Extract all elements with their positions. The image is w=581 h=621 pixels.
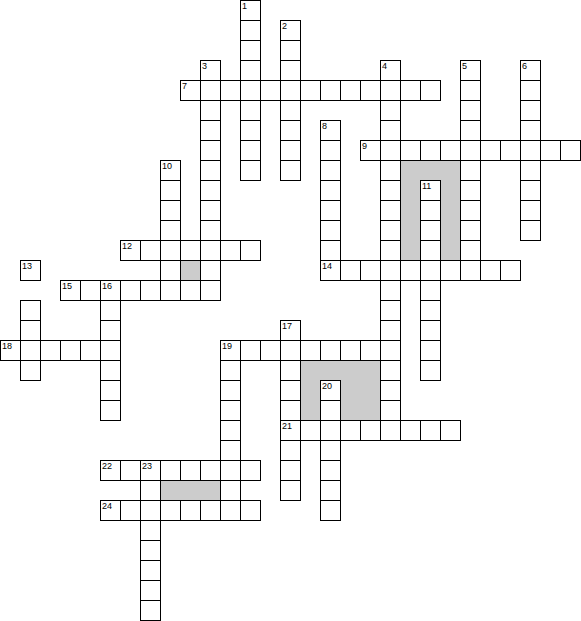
grid-cell-r10c26[interactable] <box>520 200 541 221</box>
shaded-cell-r13c9 <box>180 260 201 281</box>
grid-cell-r9c8[interactable] <box>160 180 181 201</box>
grid-cell-r19c14[interactable] <box>280 380 301 401</box>
grid-cell-r6c12[interactable] <box>240 120 261 141</box>
grid-cell-r26c7[interactable] <box>140 520 161 541</box>
grid-cell-r7c23[interactable] <box>460 140 481 161</box>
grid-cell-r17c0[interactable] <box>0 340 21 361</box>
grid-cell-r21c22[interactable] <box>440 420 461 441</box>
grid-cell-r8c8[interactable] <box>160 160 181 181</box>
grid-cell-r17c11[interactable] <box>220 340 241 361</box>
grid-cell-r15c19[interactable] <box>380 300 401 321</box>
grid-cell-r19c16[interactable] <box>320 380 341 401</box>
grid-cell-r7c19[interactable] <box>380 140 401 161</box>
grid-cell-r13c22[interactable] <box>440 260 461 281</box>
grid-cell-r4c21[interactable] <box>420 80 441 101</box>
grid-cell-r7c10[interactable] <box>200 140 221 161</box>
grid-cell-r4c11[interactable] <box>220 80 241 101</box>
grid-cell-r12c16[interactable] <box>320 240 341 261</box>
grid-cell-r9c26[interactable] <box>520 180 541 201</box>
shaded-cell-r24c10 <box>200 480 221 501</box>
grid-cell-r13c23[interactable] <box>460 260 481 281</box>
grid-cell-r5c19[interactable] <box>380 100 401 121</box>
grid-cell-r4c19[interactable] <box>380 80 401 101</box>
grid-cell-r8c12[interactable] <box>240 160 261 181</box>
grid-cell-r7c28[interactable] <box>560 140 581 161</box>
grid-cell-r5c26[interactable] <box>520 100 541 121</box>
grid-cell-r8c26[interactable] <box>520 160 541 181</box>
grid-cell-r6c16[interactable] <box>320 120 341 141</box>
grid-cell-r12c23[interactable] <box>460 240 481 261</box>
grid-cell-r20c11[interactable] <box>220 400 241 421</box>
grid-cell-r17c18[interactable] <box>360 340 381 361</box>
grid-cell-r16c14[interactable] <box>280 320 301 341</box>
grid-cell-r25c6[interactable] <box>120 500 141 521</box>
grid-cell-r5c23[interactable] <box>460 100 481 121</box>
grid-cell-r9c19[interactable] <box>380 180 401 201</box>
grid-cell-r25c7[interactable] <box>140 500 161 521</box>
grid-cell-r7c18[interactable] <box>360 140 381 161</box>
grid-cell-r6c14[interactable] <box>280 120 301 141</box>
shaded-cell-r18c15 <box>300 360 321 381</box>
grid-cell-r10c19[interactable] <box>380 200 401 221</box>
grid-cell-r12c8[interactable] <box>160 240 181 261</box>
grid-cell-r17c4[interactable] <box>80 340 101 361</box>
shaded-cell-r19c17 <box>340 380 361 401</box>
grid-cell-r11c10[interactable] <box>200 220 221 241</box>
grid-cell-r1c12[interactable] <box>240 20 261 41</box>
shaded-cell-r18c17 <box>340 360 361 381</box>
shaded-cell-r20c15 <box>300 400 321 421</box>
grid-cell-r2c12[interactable] <box>240 40 261 61</box>
grid-cell-r23c12[interactable] <box>240 460 261 481</box>
grid-cell-r18c14[interactable] <box>280 360 301 381</box>
grid-cell-r7c12[interactable] <box>240 140 261 161</box>
grid-cell-r25c16[interactable] <box>320 500 341 521</box>
grid-cell-r18c21[interactable] <box>420 360 441 381</box>
grid-cell-r18c5[interactable] <box>100 360 121 381</box>
grid-cell-r11c21[interactable] <box>420 220 441 241</box>
grid-cell-r1c14[interactable] <box>280 20 301 41</box>
grid-cell-r7c16[interactable] <box>320 140 341 161</box>
grid-cell-r4c17[interactable] <box>340 80 361 101</box>
grid-cell-r18c1[interactable] <box>20 360 41 381</box>
grid-cell-r8c19[interactable] <box>380 160 401 181</box>
grid-cell-r4c26[interactable] <box>520 80 541 101</box>
shaded-cell-r11c22 <box>440 220 461 241</box>
grid-cell-r9c23[interactable] <box>460 180 481 201</box>
grid-cell-r10c8[interactable] <box>160 200 181 221</box>
grid-cell-r14c10[interactable] <box>200 280 221 301</box>
grid-cell-r9c10[interactable] <box>200 180 221 201</box>
grid-cell-r20c19[interactable] <box>380 400 401 421</box>
grid-cell-r25c12[interactable] <box>240 500 261 521</box>
grid-cell-r30c7[interactable] <box>140 600 161 621</box>
grid-cell-r23c14[interactable] <box>280 460 301 481</box>
grid-cell-r20c5[interactable] <box>100 400 121 421</box>
grid-cell-r14c9[interactable] <box>180 280 201 301</box>
shaded-cell-r19c15 <box>300 380 321 401</box>
grid-cell-r24c14[interactable] <box>280 480 301 501</box>
grid-cell-r13c10[interactable] <box>200 260 221 281</box>
grid-cell-r15c5[interactable] <box>100 300 121 321</box>
grid-cell-r13c18[interactable] <box>360 260 381 281</box>
grid-cell-r4c13[interactable] <box>260 80 281 101</box>
grid-cell-r3c14[interactable] <box>280 60 301 81</box>
grid-cell-r12c21[interactable] <box>420 240 441 261</box>
shaded-cell-r9c22 <box>440 180 461 201</box>
grid-cell-r21c20[interactable] <box>400 420 421 441</box>
grid-cell-r12c10[interactable] <box>200 240 221 261</box>
grid-cell-r11c16[interactable] <box>320 220 341 241</box>
grid-cell-r3c26[interactable] <box>520 60 541 81</box>
grid-cell-r18c11[interactable] <box>220 360 241 381</box>
grid-cell-r25c8[interactable] <box>160 500 181 521</box>
grid-cell-r21c19[interactable] <box>380 420 401 441</box>
grid-cell-r14c6[interactable] <box>120 280 141 301</box>
grid-cell-r21c21[interactable] <box>420 420 441 441</box>
grid-cell-r8c14[interactable] <box>280 160 301 181</box>
grid-cell-r14c5[interactable] <box>100 280 121 301</box>
grid-cell-r13c17[interactable] <box>340 260 361 281</box>
grid-cell-r3c12[interactable] <box>240 60 261 81</box>
grid-cell-r14c7[interactable] <box>140 280 161 301</box>
grid-cell-r3c10[interactable] <box>200 60 221 81</box>
grid-cell-r13c16[interactable] <box>320 260 341 281</box>
grid-cell-r12c19[interactable] <box>380 240 401 261</box>
grid-cell-r14c3[interactable] <box>60 280 81 301</box>
grid-cell-r13c19[interactable] <box>380 260 401 281</box>
grid-cell-r17c5[interactable] <box>100 340 121 361</box>
grid-cell-r2c14[interactable] <box>280 40 301 61</box>
grid-cell-r8c23[interactable] <box>460 160 481 181</box>
grid-cell-r23c5[interactable] <box>100 460 121 481</box>
grid-cell-r12c6[interactable] <box>120 240 141 261</box>
grid-cell-r24c11[interactable] <box>220 480 241 501</box>
grid-cell-r8c16[interactable] <box>320 160 341 181</box>
grid-cell-r12c7[interactable] <box>140 240 161 261</box>
grid-cell-r5c10[interactable] <box>200 100 221 121</box>
grid-cell-r4c9[interactable] <box>180 80 201 101</box>
shaded-cell-r12c20 <box>400 240 421 261</box>
grid-cell-r23c11[interactable] <box>220 460 241 481</box>
shaded-cell-r9c20 <box>400 180 421 201</box>
grid-cell-r17c16[interactable] <box>320 340 341 361</box>
grid-cell-r10c23[interactable] <box>460 200 481 221</box>
grid-cell-r17c1[interactable] <box>20 340 41 361</box>
grid-cell-r8c10[interactable] <box>200 160 221 181</box>
grid-cell-r12c11[interactable] <box>220 240 241 261</box>
grid-cell-r28c7[interactable] <box>140 560 161 581</box>
grid-cell-r17c19[interactable] <box>380 340 401 361</box>
shaded-cell-r8c20 <box>400 160 421 181</box>
grid-cell-r11c23[interactable] <box>460 220 481 241</box>
grid-cell-r7c27[interactable] <box>540 140 561 161</box>
grid-cell-r9c21[interactable] <box>420 180 441 201</box>
grid-cell-r7c20[interactable] <box>400 140 421 161</box>
grid-cell-r13c24[interactable] <box>480 260 501 281</box>
grid-cell-r10c16[interactable] <box>320 200 341 221</box>
grid-cell-r7c24[interactable] <box>480 140 501 161</box>
grid-cell-r19c19[interactable] <box>380 380 401 401</box>
grid-cell-r17c15[interactable] <box>300 340 321 361</box>
grid-cell-r20c16[interactable] <box>320 400 341 421</box>
grid-cell-r21c15[interactable] <box>300 420 321 441</box>
grid-cell-r6c10[interactable] <box>200 120 221 141</box>
shaded-cell-r8c21 <box>420 160 441 181</box>
grid-cell-r10c10[interactable] <box>200 200 221 221</box>
shaded-cell-r10c20 <box>400 200 421 221</box>
grid-cell-r14c19[interactable] <box>380 280 401 301</box>
grid-cell-r13c20[interactable] <box>400 260 421 281</box>
grid-cell-r16c5[interactable] <box>100 320 121 341</box>
grid-cell-r6c23[interactable] <box>460 120 481 141</box>
grid-cell-r21c14[interactable] <box>280 420 301 441</box>
shaded-cell-r20c17 <box>340 400 361 421</box>
grid-cell-r27c7[interactable] <box>140 540 161 561</box>
grid-cell-r4c18[interactable] <box>360 80 381 101</box>
grid-cell-r14c21[interactable] <box>420 280 441 301</box>
grid-cell-r17c17[interactable] <box>340 340 361 361</box>
shaded-cell-r19c18 <box>360 380 381 401</box>
grid-cell-r15c21[interactable] <box>420 300 441 321</box>
grid-cell-r25c11[interactable] <box>220 500 241 521</box>
grid-cell-r15c1[interactable] <box>20 300 41 321</box>
shaded-cell-r11c20 <box>400 220 421 241</box>
grid-cell-r12c9[interactable] <box>180 240 201 261</box>
grid-cell-r17c2[interactable] <box>40 340 61 361</box>
shaded-cell-r12c22 <box>440 240 461 261</box>
grid-cell-r24c7[interactable] <box>140 480 161 501</box>
grid-cell-r21c18[interactable] <box>360 420 381 441</box>
grid-cell-r10c21[interactable] <box>420 200 441 221</box>
grid-cell-r13c21[interactable] <box>420 260 441 281</box>
grid-cell-r17c12[interactable] <box>240 340 261 361</box>
grid-cell-r22c16[interactable] <box>320 440 341 461</box>
grid-cell-r7c25[interactable] <box>500 140 521 161</box>
grid-cell-r13c25[interactable] <box>500 260 521 281</box>
grid-cell-r6c19[interactable] <box>380 120 401 141</box>
grid-cell-r22c11[interactable] <box>220 440 241 461</box>
crossword-grid: 123456789101112131415161718192021222324 <box>0 0 581 621</box>
grid-cell-r22c14[interactable] <box>280 440 301 461</box>
grid-cell-r14c4[interactable] <box>80 280 101 301</box>
grid-cell-r23c9[interactable] <box>180 460 201 481</box>
grid-cell-r7c21[interactable] <box>420 140 441 161</box>
grid-cell-r19c5[interactable] <box>100 380 121 401</box>
grid-cell-r16c19[interactable] <box>380 320 401 341</box>
shaded-cell-r20c18 <box>360 400 381 421</box>
grid-cell-r0c12[interactable] <box>240 0 261 21</box>
grid-cell-r12c12[interactable] <box>240 240 261 261</box>
shaded-cell-r10c22 <box>440 200 461 221</box>
grid-cell-r17c3[interactable] <box>60 340 81 361</box>
grid-cell-r6c26[interactable] <box>520 120 541 141</box>
grid-cell-r4c10[interactable] <box>200 80 221 101</box>
grid-cell-r7c14[interactable] <box>280 140 301 161</box>
grid-cell-r18c19[interactable] <box>380 360 401 381</box>
grid-cell-r16c1[interactable] <box>20 320 41 341</box>
grid-cell-r16c21[interactable] <box>420 320 441 341</box>
grid-cell-r9c16[interactable] <box>320 180 341 201</box>
grid-cell-r20c14[interactable] <box>280 400 301 421</box>
grid-cell-r7c22[interactable] <box>440 140 461 161</box>
shaded-cell-r18c18 <box>360 360 381 381</box>
grid-cell-r5c14[interactable] <box>280 100 301 121</box>
grid-cell-r4c15[interactable] <box>300 80 321 101</box>
grid-cell-r4c12[interactable] <box>240 80 261 101</box>
grid-cell-r24c16[interactable] <box>320 480 341 501</box>
grid-cell-r11c26[interactable] <box>520 220 541 241</box>
grid-cell-r4c20[interactable] <box>400 80 421 101</box>
grid-cell-r11c8[interactable] <box>160 220 181 241</box>
grid-cell-r4c16[interactable] <box>320 80 341 101</box>
grid-cell-r23c7[interactable] <box>140 460 161 481</box>
grid-cell-r13c1[interactable] <box>20 260 41 281</box>
grid-cell-r17c13[interactable] <box>260 340 281 361</box>
grid-cell-r23c6[interactable] <box>120 460 141 481</box>
shaded-cell-r24c8 <box>160 480 181 501</box>
grid-cell-r14c8[interactable] <box>160 280 181 301</box>
shaded-cell-r8c22 <box>440 160 461 181</box>
grid-cell-r5c12[interactable] <box>240 100 261 121</box>
grid-cell-r25c10[interactable] <box>200 500 221 521</box>
grid-cell-r17c21[interactable] <box>420 340 441 361</box>
grid-cell-r7c26[interactable] <box>520 140 541 161</box>
grid-cell-r25c5[interactable] <box>100 500 121 521</box>
shaded-cell-r24c9 <box>180 480 201 501</box>
grid-cell-r4c23[interactable] <box>460 80 481 101</box>
grid-cell-r19c11[interactable] <box>220 380 241 401</box>
grid-cell-r25c9[interactable] <box>180 500 201 521</box>
grid-cell-r13c8[interactable] <box>160 260 181 281</box>
grid-cell-r23c10[interactable] <box>200 460 221 481</box>
grid-cell-r21c17[interactable] <box>340 420 361 441</box>
grid-cell-r23c16[interactable] <box>320 460 341 481</box>
grid-cell-r21c16[interactable] <box>320 420 341 441</box>
shaded-cell-r18c16 <box>320 360 341 381</box>
grid-cell-r21c11[interactable] <box>220 420 241 441</box>
grid-cell-r11c19[interactable] <box>380 220 401 241</box>
grid-cell-r3c23[interactable] <box>460 60 481 81</box>
grid-cell-r4c14[interactable] <box>280 80 301 101</box>
grid-cell-r3c19[interactable] <box>380 60 401 81</box>
grid-cell-r23c8[interactable] <box>160 460 181 481</box>
grid-cell-r29c7[interactable] <box>140 580 161 601</box>
grid-cell-r17c14[interactable] <box>280 340 301 361</box>
